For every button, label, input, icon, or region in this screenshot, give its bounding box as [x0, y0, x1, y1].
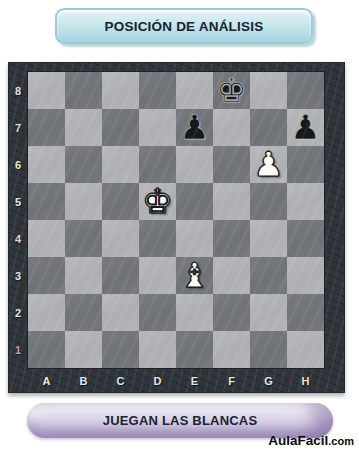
square-c8 [102, 72, 139, 109]
square-b5 [65, 183, 102, 220]
square-e7: ♟ [176, 109, 213, 146]
file-label-e: E [176, 368, 213, 393]
square-e6 [176, 146, 213, 183]
square-h8 [287, 72, 324, 109]
file-label-c: C [102, 368, 139, 393]
file-labels: ABCDEFGH [28, 368, 324, 393]
square-b1 [65, 331, 102, 368]
square-f2 [213, 294, 250, 331]
square-b8 [65, 72, 102, 109]
square-d1 [139, 331, 176, 368]
square-e4 [176, 220, 213, 257]
file-label-a: A [28, 368, 65, 393]
rank-labels: 87654321 [8, 72, 28, 368]
aulafacil-credit: AulaFacil .com [268, 433, 354, 448]
black-pawn: ♟ [179, 110, 209, 144]
square-g6: ♟ [250, 146, 287, 183]
white-bishop: ♝ [179, 258, 209, 292]
rank-label-1: 1 [8, 331, 28, 368]
square-e1 [176, 331, 213, 368]
square-b6 [65, 146, 102, 183]
square-d4 [139, 220, 176, 257]
square-g3 [250, 257, 287, 294]
analysis-position-label: POSICIÓN DE ANÁLISIS [105, 19, 264, 34]
square-f3 [213, 257, 250, 294]
black-pawn: ♟ [290, 110, 320, 144]
square-f7 [213, 109, 250, 146]
square-b7 [65, 109, 102, 146]
chess-board: 87654321 ♚♟♟♟♚♝ ABCDEFGH [8, 62, 345, 393]
square-f4 [213, 220, 250, 257]
square-e3: ♝ [176, 257, 213, 294]
square-f1 [213, 331, 250, 368]
square-c3 [102, 257, 139, 294]
square-a7 [28, 109, 65, 146]
square-h6 [287, 146, 324, 183]
square-a6 [28, 146, 65, 183]
square-a4 [28, 220, 65, 257]
square-g7 [250, 109, 287, 146]
white-to-move-label: JUEGAN LAS BLANCAS [103, 413, 258, 428]
rank-label-2: 2 [8, 294, 28, 331]
square-h7: ♟ [287, 109, 324, 146]
rank-label-5: 5 [8, 183, 28, 220]
square-g4 [250, 220, 287, 257]
file-label-b: B [65, 368, 102, 393]
square-h3 [287, 257, 324, 294]
square-e2 [176, 294, 213, 331]
rank-label-6: 6 [8, 146, 28, 183]
square-f6 [213, 146, 250, 183]
square-d5: ♚ [139, 183, 176, 220]
square-b4 [65, 220, 102, 257]
square-c2 [102, 294, 139, 331]
file-label-f: F [213, 368, 250, 393]
square-g8 [250, 72, 287, 109]
square-h1 [287, 331, 324, 368]
square-b3 [65, 257, 102, 294]
square-a8 [28, 72, 65, 109]
credit-name: AulaFacil [268, 433, 328, 448]
square-c7 [102, 109, 139, 146]
rank-label-7: 7 [8, 109, 28, 146]
square-h2 [287, 294, 324, 331]
file-label-d: D [139, 368, 176, 393]
analysis-position-banner: POSICIÓN DE ANÁLISIS [55, 8, 313, 44]
credit-tld: .com [328, 435, 354, 447]
square-g2 [250, 294, 287, 331]
square-c5 [102, 183, 139, 220]
square-c1 [102, 331, 139, 368]
square-c4 [102, 220, 139, 257]
square-d2 [139, 294, 176, 331]
file-label-g: G [250, 368, 287, 393]
square-h4 [287, 220, 324, 257]
square-e5 [176, 183, 213, 220]
board-grid: ♚♟♟♟♚♝ [28, 72, 324, 368]
square-a3 [28, 257, 65, 294]
white-king: ♚ [142, 184, 172, 218]
square-f5 [213, 183, 250, 220]
black-king: ♚ [216, 73, 246, 107]
square-a2 [28, 294, 65, 331]
rank-label-4: 4 [8, 220, 28, 257]
square-d3 [139, 257, 176, 294]
square-a5 [28, 183, 65, 220]
square-d8 [139, 72, 176, 109]
square-f8: ♚ [213, 72, 250, 109]
file-label-h: H [287, 368, 324, 393]
square-h5 [287, 183, 324, 220]
square-g5 [250, 183, 287, 220]
rank-label-8: 8 [8, 72, 28, 109]
square-a1 [28, 331, 65, 368]
white-pawn: ♟ [253, 147, 283, 181]
square-g1 [250, 331, 287, 368]
rank-label-3: 3 [8, 257, 28, 294]
square-b2 [65, 294, 102, 331]
square-c6 [102, 146, 139, 183]
square-d6 [139, 146, 176, 183]
square-e8 [176, 72, 213, 109]
square-d7 [139, 109, 176, 146]
